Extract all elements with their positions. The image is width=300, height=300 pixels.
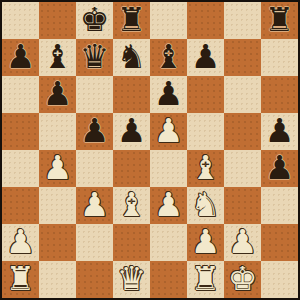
white-pawn: ♟ [228,225,258,258]
square-c3[interactable]: ♟ [76,187,113,224]
square-g2[interactable]: ♟ [224,224,261,261]
square-g6[interactable] [224,76,261,113]
square-a8[interactable] [2,2,39,39]
square-g1[interactable]: ♚ [224,261,261,298]
black-queen: ♛ [80,40,110,73]
square-e8[interactable] [150,2,187,39]
square-c6[interactable] [76,76,113,113]
square-h7[interactable] [261,39,298,76]
square-c1[interactable] [76,261,113,298]
square-e4[interactable] [150,150,187,187]
black-pawn: ♟ [265,151,295,184]
square-h2[interactable] [261,224,298,261]
white-queen: ♛ [117,262,147,295]
black-pawn: ♟ [191,40,221,73]
white-pawn: ♟ [191,225,221,258]
black-knight: ♞ [117,40,147,73]
white-pawn: ♟ [80,188,110,221]
black-pawn: ♟ [6,40,36,73]
square-a6[interactable] [2,76,39,113]
square-f8[interactable] [187,2,224,39]
square-d3[interactable]: ♝ [113,187,150,224]
square-f1[interactable]: ♜ [187,261,224,298]
white-pawn: ♟ [154,188,184,221]
white-bishop: ♝ [117,188,147,221]
white-pawn: ♟ [6,225,36,258]
white-knight: ♞ [191,188,221,221]
black-king: ♚ [80,3,110,36]
black-pawn: ♟ [117,114,147,147]
square-d5[interactable]: ♟ [113,113,150,150]
square-a1[interactable]: ♜ [2,261,39,298]
square-a7[interactable]: ♟ [2,39,39,76]
square-h6[interactable] [261,76,298,113]
square-f7[interactable]: ♟ [187,39,224,76]
square-d1[interactable]: ♛ [113,261,150,298]
black-rook: ♜ [265,3,295,36]
chess-board: ♚♜♜♟♝♛♞♝♟♟♟♟♟♟♟♟♝♟♟♝♟♞♟♟♟♜♛♜♚ [0,0,300,300]
black-pawn: ♟ [43,77,73,110]
square-f4[interactable]: ♝ [187,150,224,187]
white-bishop: ♝ [191,151,221,184]
white-rook: ♜ [6,262,36,295]
square-e5[interactable]: ♟ [150,113,187,150]
square-a4[interactable] [2,150,39,187]
square-h4[interactable]: ♟ [261,150,298,187]
square-f2[interactable]: ♟ [187,224,224,261]
square-b8[interactable] [39,2,76,39]
black-pawn: ♟ [154,77,184,110]
black-pawn: ♟ [265,114,295,147]
square-c5[interactable]: ♟ [76,113,113,150]
square-b6[interactable]: ♟ [39,76,76,113]
square-h8[interactable]: ♜ [261,2,298,39]
square-c8[interactable]: ♚ [76,2,113,39]
square-c4[interactable] [76,150,113,187]
square-e1[interactable] [150,261,187,298]
square-h5[interactable]: ♟ [261,113,298,150]
white-pawn: ♟ [43,151,73,184]
black-bishop: ♝ [154,40,184,73]
white-king: ♚ [228,262,258,295]
square-g3[interactable] [224,187,261,224]
black-rook: ♜ [117,3,147,36]
square-a2[interactable]: ♟ [2,224,39,261]
square-h3[interactable] [261,187,298,224]
square-f6[interactable] [187,76,224,113]
square-e3[interactable]: ♟ [150,187,187,224]
square-a5[interactable] [2,113,39,150]
square-d4[interactable] [113,150,150,187]
square-g5[interactable] [224,113,261,150]
square-a3[interactable] [2,187,39,224]
square-f3[interactable]: ♞ [187,187,224,224]
square-c2[interactable] [76,224,113,261]
white-pawn: ♟ [154,114,184,147]
black-pawn: ♟ [80,114,110,147]
square-g8[interactable] [224,2,261,39]
square-d2[interactable] [113,224,150,261]
square-b5[interactable] [39,113,76,150]
square-d7[interactable]: ♞ [113,39,150,76]
square-b7[interactable]: ♝ [39,39,76,76]
square-e6[interactable]: ♟ [150,76,187,113]
square-b3[interactable] [39,187,76,224]
square-b4[interactable]: ♟ [39,150,76,187]
square-b2[interactable] [39,224,76,261]
square-e2[interactable] [150,224,187,261]
square-g4[interactable] [224,150,261,187]
square-e7[interactable]: ♝ [150,39,187,76]
square-g7[interactable] [224,39,261,76]
square-d6[interactable] [113,76,150,113]
square-d8[interactable]: ♜ [113,2,150,39]
square-f5[interactable] [187,113,224,150]
square-b1[interactable] [39,261,76,298]
black-bishop: ♝ [43,40,73,73]
square-c7[interactable]: ♛ [76,39,113,76]
white-rook: ♜ [191,262,221,295]
square-h1[interactable] [261,261,298,298]
